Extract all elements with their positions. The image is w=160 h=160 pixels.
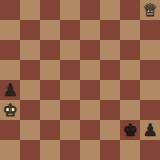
white-queen-icon: ♛ [142, 0, 157, 20]
square-c1[interactable] [40, 140, 60, 160]
square-d3[interactable] [60, 100, 80, 120]
square-e2[interactable] [80, 120, 100, 140]
square-c6[interactable] [40, 40, 60, 60]
square-b8[interactable] [20, 0, 40, 20]
square-b2[interactable] [20, 120, 40, 140]
square-a5[interactable] [0, 60, 20, 80]
square-d6[interactable] [60, 40, 80, 60]
square-h4[interactable] [140, 80, 160, 100]
square-e5[interactable] [80, 60, 100, 80]
square-f5[interactable] [100, 60, 120, 80]
square-b7[interactable] [20, 20, 40, 40]
square-b6[interactable] [20, 40, 40, 60]
square-g7[interactable] [120, 20, 140, 40]
square-f1[interactable] [100, 140, 120, 160]
square-f3[interactable] [100, 100, 120, 120]
square-c2[interactable] [40, 120, 60, 140]
square-e1[interactable] [80, 140, 100, 160]
square-g1[interactable] [120, 140, 140, 160]
square-h6[interactable] [140, 40, 160, 60]
chess-board: ♛♟♚♚♟ [0, 0, 160, 160]
square-e8[interactable] [80, 0, 100, 20]
square-h3[interactable] [140, 100, 160, 120]
square-a1[interactable] [0, 140, 20, 160]
square-b5[interactable] [20, 60, 40, 80]
square-g6[interactable] [120, 40, 140, 60]
square-a4[interactable]: ♟ [0, 80, 20, 100]
square-a2[interactable] [0, 120, 20, 140]
square-a8[interactable] [0, 0, 20, 20]
square-f4[interactable] [100, 80, 120, 100]
square-c7[interactable] [40, 20, 60, 40]
square-g3[interactable] [120, 100, 140, 120]
square-g8[interactable] [120, 0, 140, 20]
square-d4[interactable] [60, 80, 80, 100]
white-king-icon: ♚ [2, 100, 17, 120]
square-d8[interactable] [60, 0, 80, 20]
square-d7[interactable] [60, 20, 80, 40]
square-b1[interactable] [20, 140, 40, 160]
square-b3[interactable] [20, 100, 40, 120]
square-g2[interactable]: ♚ [120, 120, 140, 140]
square-f7[interactable] [100, 20, 120, 40]
square-f6[interactable] [100, 40, 120, 60]
square-d1[interactable] [60, 140, 80, 160]
square-g5[interactable] [120, 60, 140, 80]
square-d5[interactable] [60, 60, 80, 80]
black-pawn-icon: ♟ [142, 120, 157, 140]
black-king-icon: ♚ [122, 120, 137, 140]
square-h5[interactable] [140, 60, 160, 80]
square-b4[interactable] [20, 80, 40, 100]
square-h8[interactable]: ♛ [140, 0, 160, 20]
square-c3[interactable] [40, 100, 60, 120]
square-a3[interactable]: ♚ [0, 100, 20, 120]
square-e7[interactable] [80, 20, 100, 40]
square-h2[interactable]: ♟ [140, 120, 160, 140]
square-e6[interactable] [80, 40, 100, 60]
square-c4[interactable] [40, 80, 60, 100]
square-a6[interactable] [0, 40, 20, 60]
square-e3[interactable] [80, 100, 100, 120]
square-a7[interactable] [0, 20, 20, 40]
square-h7[interactable] [140, 20, 160, 40]
square-h1[interactable] [140, 140, 160, 160]
square-f8[interactable] [100, 0, 120, 20]
square-e4[interactable] [80, 80, 100, 100]
black-pawn-icon: ♟ [2, 80, 17, 100]
square-g4[interactable] [120, 80, 140, 100]
square-d2[interactable] [60, 120, 80, 140]
square-c8[interactable] [40, 0, 60, 20]
square-c5[interactable] [40, 60, 60, 80]
square-f2[interactable] [100, 120, 120, 140]
